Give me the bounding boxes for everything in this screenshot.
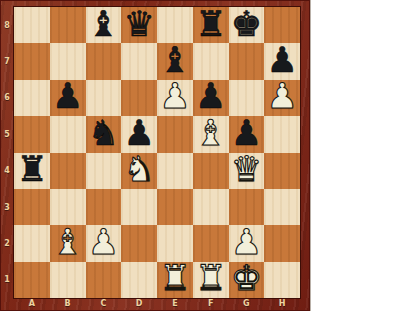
black-king-g8[interactable]: ♚ xyxy=(231,7,262,42)
square-c6[interactable] xyxy=(86,80,122,116)
black-bishop-e7[interactable]: ♝ xyxy=(159,43,190,78)
rank-label-2: 2 xyxy=(0,225,14,261)
square-h4[interactable] xyxy=(264,153,300,189)
square-c1[interactable] xyxy=(86,262,122,298)
square-c7[interactable] xyxy=(86,43,122,79)
square-e2[interactable] xyxy=(157,225,193,261)
square-f5[interactable]: ♝ xyxy=(193,116,229,152)
square-g3[interactable] xyxy=(229,189,265,225)
square-b6[interactable]: ♟ xyxy=(50,80,86,116)
square-f2[interactable] xyxy=(193,225,229,261)
white-pawn-h6[interactable]: ♟ xyxy=(266,80,297,115)
black-pawn-d5[interactable]: ♟ xyxy=(123,116,154,151)
white-queen-g4[interactable]: ♛ xyxy=(231,153,262,188)
square-a5[interactable] xyxy=(14,116,50,152)
rank-label-8: 8 xyxy=(0,7,14,43)
file-label-f: F xyxy=(193,298,229,311)
chess-board: 87654321 ♝♛♜♚♝♟♟♟♟♟♞♟♝♟♜♞♛♝♟♟♜♜♚ ABCDEFG… xyxy=(0,0,311,311)
square-b2[interactable]: ♝ xyxy=(50,225,86,261)
black-pawn-h7[interactable]: ♟ xyxy=(266,43,297,78)
file-label-a: A xyxy=(14,298,50,311)
square-f4[interactable] xyxy=(193,153,229,189)
white-knight-d4[interactable]: ♞ xyxy=(123,153,154,188)
black-queen-d8[interactable]: ♛ xyxy=(123,7,154,42)
white-pawn-c2[interactable]: ♟ xyxy=(88,225,119,260)
square-e8[interactable] xyxy=(157,7,193,43)
square-e3[interactable] xyxy=(157,189,193,225)
black-knight-c5[interactable]: ♞ xyxy=(88,116,119,151)
board-squares: ♝♛♜♚♝♟♟♟♟♟♞♟♝♟♜♞♛♝♟♟♜♜♚ xyxy=(14,7,300,298)
square-h3[interactable] xyxy=(264,189,300,225)
square-g2[interactable]: ♟ xyxy=(229,225,265,261)
square-d4[interactable]: ♞ xyxy=(121,153,157,189)
white-bishop-b2[interactable]: ♝ xyxy=(52,225,83,260)
square-e6[interactable]: ♟ xyxy=(157,80,193,116)
white-rook-e1[interactable]: ♜ xyxy=(159,262,190,297)
square-a2[interactable] xyxy=(14,225,50,261)
black-rook-a4[interactable]: ♜ xyxy=(16,153,47,188)
file-labels: ABCDEFGH xyxy=(14,298,300,311)
square-c3[interactable] xyxy=(86,189,122,225)
rank-label-4: 4 xyxy=(0,153,14,189)
square-f6[interactable]: ♟ xyxy=(193,80,229,116)
black-rook-f8[interactable]: ♜ xyxy=(195,7,226,42)
square-g4[interactable]: ♛ xyxy=(229,153,265,189)
square-c8[interactable]: ♝ xyxy=(86,7,122,43)
square-d6[interactable] xyxy=(121,80,157,116)
square-h7[interactable]: ♟ xyxy=(264,43,300,79)
black-pawn-g5[interactable]: ♟ xyxy=(231,116,262,151)
file-label-c: C xyxy=(86,298,122,311)
square-e1[interactable]: ♜ xyxy=(157,262,193,298)
black-pawn-f6[interactable]: ♟ xyxy=(195,80,226,115)
square-b8[interactable] xyxy=(50,7,86,43)
rank-label-6: 6 xyxy=(0,80,14,116)
square-d3[interactable] xyxy=(121,189,157,225)
square-g5[interactable]: ♟ xyxy=(229,116,265,152)
rank-label-3: 3 xyxy=(0,189,14,225)
square-e7[interactable]: ♝ xyxy=(157,43,193,79)
square-a6[interactable] xyxy=(14,80,50,116)
white-pawn-g2[interactable]: ♟ xyxy=(231,225,262,260)
file-label-g: G xyxy=(229,298,265,311)
square-e5[interactable] xyxy=(157,116,193,152)
black-bishop-c8[interactable]: ♝ xyxy=(88,7,119,42)
square-b3[interactable] xyxy=(50,189,86,225)
file-label-b: B xyxy=(50,298,86,311)
square-g8[interactable]: ♚ xyxy=(229,7,265,43)
square-d2[interactable] xyxy=(121,225,157,261)
square-b1[interactable] xyxy=(50,262,86,298)
square-f3[interactable] xyxy=(193,189,229,225)
file-label-d: D xyxy=(121,298,157,311)
square-b4[interactable] xyxy=(50,153,86,189)
white-king-g1[interactable]: ♚ xyxy=(231,262,262,297)
square-b7[interactable] xyxy=(50,43,86,79)
square-f8[interactable]: ♜ xyxy=(193,7,229,43)
square-h8[interactable] xyxy=(264,7,300,43)
square-e4[interactable] xyxy=(157,153,193,189)
rank-label-7: 7 xyxy=(0,43,14,79)
white-pawn-e6[interactable]: ♟ xyxy=(159,80,190,115)
square-a4[interactable]: ♜ xyxy=(14,153,50,189)
square-a8[interactable] xyxy=(14,7,50,43)
white-bishop-f5[interactable]: ♝ xyxy=(195,116,226,151)
square-a3[interactable] xyxy=(14,189,50,225)
square-d1[interactable] xyxy=(121,262,157,298)
square-d5[interactable]: ♟ xyxy=(121,116,157,152)
square-a1[interactable] xyxy=(14,262,50,298)
square-c2[interactable]: ♟ xyxy=(86,225,122,261)
square-c4[interactable] xyxy=(86,153,122,189)
rank-labels: 87654321 xyxy=(0,7,14,298)
square-f7[interactable] xyxy=(193,43,229,79)
square-h6[interactable]: ♟ xyxy=(264,80,300,116)
file-label-h: H xyxy=(264,298,300,311)
square-h2[interactable] xyxy=(264,225,300,261)
square-c5[interactable]: ♞ xyxy=(86,116,122,152)
square-h5[interactable] xyxy=(264,116,300,152)
rank-label-1: 1 xyxy=(0,262,14,298)
square-d8[interactable]: ♛ xyxy=(121,7,157,43)
square-a7[interactable] xyxy=(14,43,50,79)
square-b5[interactable] xyxy=(50,116,86,152)
black-pawn-b6[interactable]: ♟ xyxy=(52,80,83,115)
rank-label-5: 5 xyxy=(0,116,14,152)
file-label-e: E xyxy=(157,298,193,311)
square-f1[interactable]: ♜ xyxy=(193,262,229,298)
white-rook-f1[interactable]: ♜ xyxy=(195,262,226,297)
square-g7[interactable] xyxy=(229,43,265,79)
square-d7[interactable] xyxy=(121,43,157,79)
square-h1[interactable] xyxy=(264,262,300,298)
square-g1[interactable]: ♚ xyxy=(229,262,265,298)
square-g6[interactable] xyxy=(229,80,265,116)
